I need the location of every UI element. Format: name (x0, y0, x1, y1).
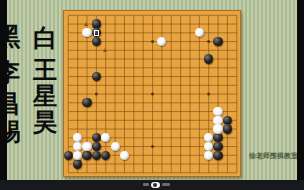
star-point (207, 40, 210, 43)
marker-square-D17 (94, 30, 99, 35)
stone-black-Q14 (204, 54, 213, 63)
bottom-bar-toggle[interactable] (151, 182, 160, 189)
stone-black-C9 (82, 98, 91, 107)
player-name-char: 王 (31, 58, 59, 82)
star-point (151, 93, 154, 96)
marker-triangle-E15 (103, 48, 107, 52)
marker-triangle-C18 (84, 22, 88, 26)
go-board[interactable] (63, 10, 241, 177)
player-name-char: 星 (31, 84, 59, 108)
star-point (95, 93, 98, 96)
star-point (151, 145, 154, 148)
stone-black-R5 (213, 133, 222, 142)
stone-white-R6 (213, 124, 222, 133)
star-point (207, 93, 210, 96)
toggle-knob-icon (153, 183, 157, 187)
stone-white-C4 (82, 142, 91, 151)
bottom-bar-label-right (162, 183, 171, 186)
player-color-label: 白 (31, 26, 59, 50)
stone-black-D4 (92, 142, 101, 151)
stone-black-S6 (223, 124, 232, 133)
watermark-text: 徐老师围棋教室 (249, 151, 303, 161)
stone-white-R8 (213, 107, 222, 116)
video-frame: 徐老师围棋教室 黑李昌锡 白王星昊 (0, 0, 304, 190)
stone-black-A3 (64, 151, 73, 160)
stone-black-D16 (92, 37, 101, 46)
star-point (151, 40, 154, 43)
stone-white-C17 (82, 28, 91, 37)
stone-black-D3 (92, 151, 101, 160)
left-letterbox-bar (0, 0, 7, 190)
stone-black-B2 (73, 159, 82, 168)
stone-black-C3 (82, 151, 91, 160)
bottom-bar-label-left (143, 183, 149, 186)
stone-white-B3 (73, 151, 82, 160)
stone-black-D12 (92, 72, 101, 81)
stone-white-F4 (111, 142, 120, 151)
bottom-bar (0, 180, 304, 190)
player-name-char: 昊 (31, 110, 59, 134)
right-letterbox-bar (297, 0, 304, 190)
stone-black-R4 (213, 142, 222, 151)
stone-black-R16 (213, 37, 222, 46)
stone-white-G3 (120, 151, 129, 160)
stone-black-R3 (213, 151, 222, 160)
